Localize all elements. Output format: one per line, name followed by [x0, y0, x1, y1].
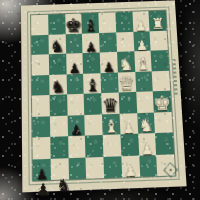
square-r4c5: [118, 92, 136, 113]
square-r6c0: [32, 137, 50, 159]
white-pawn[interactable]: ♟: [135, 19, 147, 33]
square-r4c3: [84, 93, 102, 114]
square-r3c6: [135, 71, 153, 92]
square-r4c1: [49, 94, 67, 115]
square-r3c1: ♞: [49, 74, 67, 95]
square-r5c3: [84, 114, 102, 136]
black-bishop[interactable]: ♝: [83, 18, 98, 35]
square-r6c4: [103, 134, 121, 156]
black-pawn[interactable]: ♟: [103, 60, 115, 74]
square-r4c7: ♚: [153, 91, 171, 112]
black-pawn[interactable]: ♟: [85, 40, 97, 54]
square-r1c5: [116, 31, 134, 51]
square-r4c0: [32, 95, 50, 116]
square-r0c6: ♟: [132, 11, 150, 31]
square-r1c3: ♟: [82, 33, 100, 53]
square-r5c4: ♝: [102, 113, 120, 135]
white-pawn[interactable]: ♟: [136, 38, 148, 52]
square-r6c7: [155, 132, 174, 154]
square-r2c7: [151, 50, 169, 71]
black-king[interactable]: ♚: [65, 15, 83, 35]
square-r3c5: ♛: [118, 71, 136, 92]
square-r2c5: ♞: [117, 51, 135, 72]
square-r3c0: [32, 74, 50, 95]
square-r2c2: ♟: [66, 53, 84, 74]
square-r5c0: [32, 116, 50, 138]
square-r6c2: [68, 136, 86, 158]
white-pawn[interactable]: ♟: [124, 163, 137, 178]
square-r5c6: ♞: [137, 112, 156, 134]
square-r0c0: [31, 15, 48, 35]
square-r6c3: [85, 135, 103, 157]
square-r5c2: ♟: [67, 115, 85, 137]
black-knight[interactable]: ♞: [50, 38, 65, 55]
white-rook[interactable]: ♜: [151, 16, 165, 32]
white-bishop[interactable]: ♝: [103, 118, 119, 136]
square-r7c3: [86, 156, 104, 178]
square-r1c1: ♞: [48, 34, 65, 55]
black-queen[interactable]: ♛: [102, 95, 119, 115]
square-r2c0: [32, 54, 49, 75]
captured-black-knight[interactable]: ♞: [56, 177, 71, 194]
black-pawn[interactable]: ♟: [70, 123, 83, 138]
square-r2c1: [49, 54, 67, 75]
square-r1c7: [150, 30, 168, 50]
square-r3c2: [66, 73, 84, 94]
white-pawn[interactable]: ♟: [141, 141, 154, 156]
square-r5c1: [50, 115, 68, 137]
board-frame: ♚♝♟♜♞♟♟♟♟♞♝♞♝♛♛♚♟♝♟♞♟♟♟: [27, 6, 180, 185]
square-r0c1: [48, 14, 65, 34]
square-r7c6: [139, 154, 158, 176]
square-r2c4: ♟: [100, 52, 118, 73]
white-knight[interactable]: ♞: [118, 56, 133, 73]
photo-root: ♚♝♟♜♞♟♟♟♟♞♝♞♝♛♛♚♟♝♟♞♟♟♟ ♟ ♞: [0, 0, 200, 200]
white-knight[interactable]: ♞: [138, 117, 154, 135]
square-r3c3: ♝: [83, 73, 101, 94]
square-r3c7: [152, 70, 170, 91]
square-r5c5: ♟: [119, 113, 137, 135]
square-r6c5: [120, 134, 139, 156]
square-r7c0: ♟: [33, 158, 51, 180]
chessboard: ♚♝♟♜♞♟♟♟♟♞♝♞♝♛♛♚♟♝♟♞♟♟♟: [21, 0, 187, 192]
white-king[interactable]: ♚: [153, 92, 172, 113]
square-r4c2: [67, 94, 85, 115]
square-r1c4: [99, 32, 117, 52]
square-r0c5: [115, 12, 133, 32]
square-r5c7: [154, 111, 173, 133]
square-r7c5: ♟: [121, 155, 140, 177]
square-r0c3: ♝: [82, 13, 99, 33]
square-r1c2: [65, 33, 83, 54]
white-pawn[interactable]: ♟: [122, 121, 135, 136]
black-bishop[interactable]: ♝: [85, 77, 100, 94]
black-pawn[interactable]: ♟: [68, 61, 80, 75]
square-r6c6: ♟: [138, 133, 157, 155]
white-bishop[interactable]: ♝: [135, 55, 150, 72]
black-knight[interactable]: ♞: [50, 79, 65, 96]
square-r2c6: ♝: [134, 51, 152, 72]
square-r7c4: [103, 156, 122, 178]
square-r4c6: [136, 91, 154, 112]
square-r2c3: [83, 52, 101, 73]
square-r0c7: ♜: [149, 11, 167, 31]
square-r0c2: ♚: [65, 14, 82, 34]
square-r0c4: [98, 12, 116, 32]
board-grid: ♚♝♟♜♞♟♟♟♟♞♝♞♝♛♛♚♟♝♟♞♟♟♟: [30, 10, 176, 182]
captured-black-pawn[interactable]: ♟: [36, 182, 50, 198]
square-r6c1: [50, 136, 68, 158]
square-r3c4: [100, 72, 118, 93]
square-r4c4: ♛: [101, 93, 119, 114]
white-queen[interactable]: ♛: [118, 74, 135, 94]
square-r1c6: ♟: [133, 31, 151, 51]
square-r1c0: [31, 34, 48, 55]
